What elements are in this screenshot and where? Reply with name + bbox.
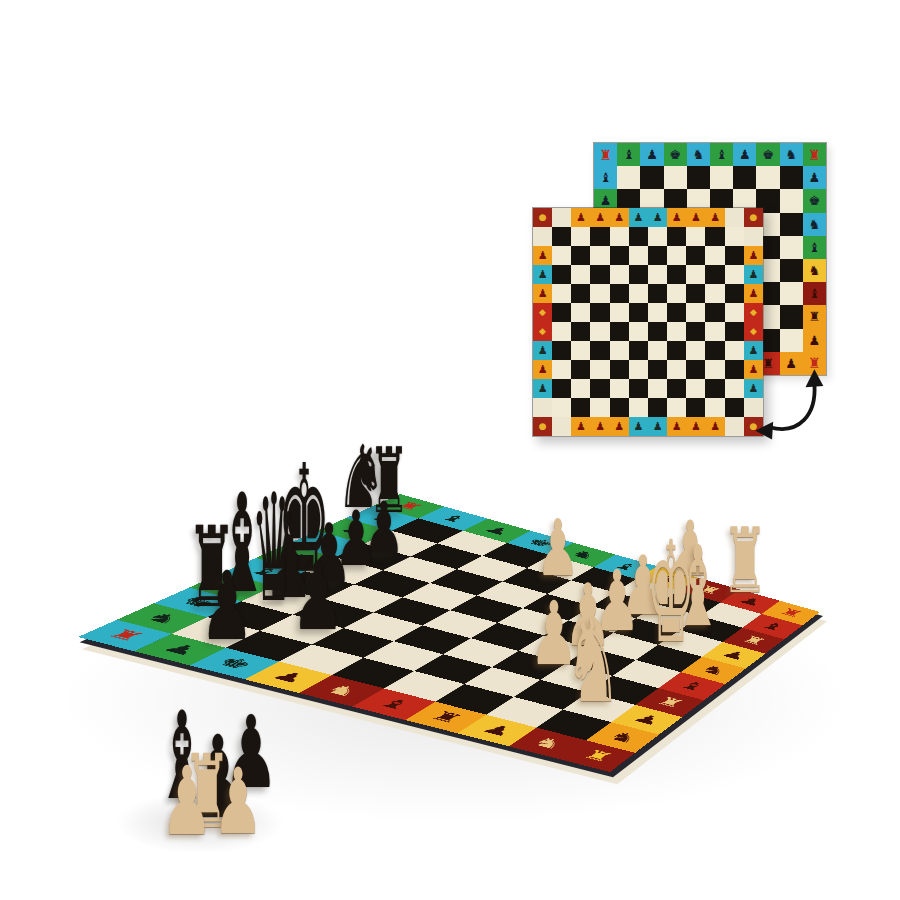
draughts-square <box>725 227 744 246</box>
chess-piece-black-pawn-c3: ♟ <box>291 551 344 644</box>
border-motif-icon: ◆ <box>750 327 757 336</box>
border-motif-icon: ♟ <box>672 212 682 223</box>
draughts-square <box>552 379 571 398</box>
border-motif-icon: ♚ <box>669 148 681 161</box>
draughts-square <box>552 360 571 379</box>
border-doll-cell: ♟ <box>590 208 609 227</box>
chess-square <box>733 166 756 189</box>
border-motif-icon: ♟ <box>633 212 643 223</box>
draughts-square <box>648 322 667 341</box>
border-doll-cell: ♟ <box>667 208 686 227</box>
border-motif-icon: ♟ <box>710 212 720 223</box>
border-motif-icon: ♟ <box>538 250 548 261</box>
border-doll-cell: ♟ <box>533 341 552 360</box>
border-motif-icon: ♜ <box>578 748 617 765</box>
border-doll-cell: ♟ <box>571 208 590 227</box>
border-doll-cell: ♟ <box>744 246 763 265</box>
border-motif-icon: ♝ <box>757 620 788 633</box>
border-motif-icon: ♞ <box>697 663 730 677</box>
border-motif-icon: ♟ <box>653 212 663 223</box>
border-motif-icon: ♟ <box>809 334 821 347</box>
border-motif-icon: ◆ <box>539 308 546 317</box>
border-motif-icon: ♟ <box>691 421 701 432</box>
border-doll-cell: ◆ <box>744 322 763 341</box>
draughts-square <box>571 341 590 360</box>
border-figure-cell: ♜ <box>803 305 826 328</box>
draughts-square <box>610 398 629 417</box>
border-motif-icon: ♟ <box>739 148 751 161</box>
chess-square <box>780 236 803 259</box>
border-doll-cell: ♟ <box>744 284 763 303</box>
border-doll-cell: ♟ <box>590 417 609 436</box>
border-motif-icon: ● <box>539 213 547 222</box>
chess-square <box>664 166 687 189</box>
border-doll-cell: ♟ <box>629 417 648 436</box>
border-motif-icon: ♟ <box>646 148 658 161</box>
border-motif-icon: ♟ <box>600 194 612 207</box>
draughts-square <box>648 265 667 284</box>
border-motif-icon: ♟ <box>691 212 701 223</box>
chess-piece-wood-pawn-offboard: ♟ <box>213 756 264 847</box>
border-figure-cell: ♚ <box>756 143 779 166</box>
draughts-square <box>667 284 686 303</box>
draughts-square <box>552 341 571 360</box>
border-motif-icon: ♚ <box>809 194 821 207</box>
border-motif-icon: ♟ <box>595 212 605 223</box>
border-motif-icon: ♞ <box>139 610 186 626</box>
border-figure-cell: ♟ <box>803 166 826 189</box>
draughts-square <box>629 246 648 265</box>
border-motif-icon: ♟ <box>538 345 548 356</box>
draughts-square <box>552 398 571 417</box>
border-doll-cell: ♟ <box>744 265 763 284</box>
border-doll-cell: ◆ <box>533 322 552 341</box>
border-doll-cell: ♟ <box>533 265 552 284</box>
draughts-square <box>648 227 667 246</box>
border-figure-cell: ♟ <box>733 143 756 166</box>
border-doll-cell: ♟ <box>705 208 724 227</box>
border-motif-icon: ♜ <box>738 634 769 648</box>
border-motif-icon: ♟ <box>710 421 720 432</box>
draughts-square <box>725 246 744 265</box>
draughts-square <box>590 360 609 379</box>
border-doll-cell: ◆ <box>744 303 763 322</box>
chess-piece-black-pawn-b1: ♟ <box>200 559 255 654</box>
border-figure-cell: ♞ <box>687 143 710 166</box>
border-doll-cell: ♟ <box>533 246 552 265</box>
draughts-square <box>705 284 724 303</box>
border-motif-icon: ♟ <box>266 669 311 686</box>
draughts-square <box>648 341 667 360</box>
chess-piece-wood-knight-h3: ♞ <box>565 602 622 719</box>
draughts-square <box>590 227 609 246</box>
border-motif-icon: ♟ <box>576 212 586 223</box>
border-motif-icon: ♜ <box>599 148 612 162</box>
border-motif-icon: ♝ <box>809 241 821 254</box>
draughts-square <box>667 398 686 417</box>
border-doll-cell <box>725 208 744 227</box>
product-photo-stage: ♜♝♟♚♞♝♟♚♞♜♝♟♟♚♚♞♞♝♞♞♝♝♜♜♟♟♜♞♝♜♟♞♝♜♟♜ ●♟♟… <box>0 0 900 900</box>
border-motif-icon: ● <box>539 422 547 431</box>
draughts-square <box>571 322 590 341</box>
draughts-square <box>725 398 744 417</box>
border-doll-cell: ♟ <box>686 208 705 227</box>
draughts-square <box>629 341 648 360</box>
draughts-square <box>629 265 648 284</box>
draughts-square <box>590 303 609 322</box>
flip-arrow-icon <box>752 366 830 444</box>
chess-square <box>780 166 803 189</box>
draughts-square <box>610 246 629 265</box>
border-doll-cell: ♟ <box>533 360 552 379</box>
border-figure-cell: ♝ <box>594 166 617 189</box>
border-doll-cell <box>533 227 552 246</box>
border-corner-castle: ♜ <box>594 143 617 166</box>
border-motif-icon: ♟ <box>157 641 204 658</box>
border-motif-icon: ♟ <box>480 524 515 537</box>
draughts-square <box>705 227 724 246</box>
draughts-square <box>610 341 629 360</box>
chess-square <box>640 166 663 189</box>
draughts-square <box>725 360 744 379</box>
draughts-square <box>610 265 629 284</box>
border-corner-dots: ● <box>744 208 763 227</box>
border-motif-icon: ♝ <box>675 679 709 694</box>
draughts-square <box>667 227 686 246</box>
border-doll-cell <box>552 417 571 436</box>
border-motif-icon: ♝ <box>809 287 821 300</box>
draughts-square <box>686 265 705 284</box>
border-figure-cell: ♟ <box>640 143 663 166</box>
border-doll-cell: ♟ <box>648 208 667 227</box>
border-motif-icon: ♟ <box>748 269 758 280</box>
border-motif-icon: ♟ <box>748 345 758 356</box>
draughts-square <box>667 360 686 379</box>
border-figure-cell: ♞ <box>803 259 826 282</box>
draughts-square <box>667 265 686 284</box>
draughts-square <box>725 284 744 303</box>
draughts-square <box>648 284 667 303</box>
border-motif-icon: ♞ <box>528 735 568 752</box>
border-motif-icon: ♟ <box>595 421 605 432</box>
border-motif-icon: ◆ <box>750 308 757 317</box>
border-doll-cell: ♟ <box>571 417 590 436</box>
border-doll-cell: ♟ <box>686 417 705 436</box>
border-motif-icon: ♝ <box>373 696 416 713</box>
border-motif-icon: ● <box>749 213 757 222</box>
draughts-square <box>686 227 705 246</box>
draughts-square <box>610 227 629 246</box>
border-motif-icon: ♞ <box>809 218 821 231</box>
border-doll-cell <box>552 208 571 227</box>
border-motif-icon: ♞ <box>604 729 641 745</box>
border-motif-icon: ♜ <box>808 148 821 162</box>
border-motif-icon: ♝ <box>716 148 728 161</box>
border-motif-icon: ♟ <box>809 171 821 184</box>
border-figure-cell: ♝ <box>803 236 826 259</box>
border-figure-cell: ♝ <box>803 282 826 305</box>
border-motif-icon: ♜ <box>809 310 821 323</box>
border-corner-castle: ♜ <box>803 143 826 166</box>
chess-square <box>780 282 803 305</box>
draughts-square <box>571 284 590 303</box>
draughts-square <box>552 303 571 322</box>
draughts-square <box>552 322 571 341</box>
chess-piece-black-queen-b3: ♛ <box>251 474 296 623</box>
border-doll-cell: ♟ <box>629 208 648 227</box>
border-doll-cell: ♟ <box>648 417 667 436</box>
border-doll-cell <box>744 227 763 246</box>
border-figure-cell: ♞ <box>803 213 826 236</box>
border-motif-icon: ♟ <box>614 212 624 223</box>
draughts-square <box>686 246 705 265</box>
draughts-square <box>610 303 629 322</box>
border-motif-icon: ♟ <box>653 421 663 432</box>
border-doll-cell: ♟ <box>610 417 629 436</box>
chess-piece-wood-rook-h8: ♜ <box>722 516 768 606</box>
draughts-square <box>552 227 571 246</box>
chess-square <box>780 305 803 328</box>
draughts-square <box>725 303 744 322</box>
draughts-square <box>629 398 648 417</box>
border-doll-cell: ♟ <box>610 208 629 227</box>
border-motif-icon: ♟ <box>538 288 548 299</box>
draughts-square <box>571 227 590 246</box>
border-doll-cell: ◆ <box>533 303 552 322</box>
border-corner-dots: ● <box>533 208 552 227</box>
draughts-square <box>571 246 590 265</box>
border-motif-icon: ♟ <box>538 364 548 375</box>
draughts-square <box>667 379 686 398</box>
draughts-square <box>590 341 609 360</box>
draughts-square <box>686 398 705 417</box>
border-corner-dots: ● <box>533 417 552 436</box>
draughts-square <box>705 303 724 322</box>
border-motif-icon: ♞ <box>693 148 705 161</box>
draughts-square <box>648 303 667 322</box>
border-motif-icon: ♟ <box>672 421 682 432</box>
draughts-square <box>610 360 629 379</box>
chess-square <box>617 166 640 189</box>
chess-square <box>710 166 733 189</box>
draughts-square <box>571 379 590 398</box>
draughts-square <box>571 398 590 417</box>
border-motif-icon: ♜ <box>425 709 467 726</box>
border-motif-icon: ♞ <box>809 264 821 277</box>
border-motif-icon: ♞ <box>785 148 797 161</box>
draughts-square <box>648 379 667 398</box>
draughts-square <box>552 246 571 265</box>
draughts-square <box>590 246 609 265</box>
draughts-square <box>667 341 686 360</box>
draughts-square <box>686 322 705 341</box>
draughts-square <box>667 303 686 322</box>
draughts-square <box>725 341 744 360</box>
chess-square <box>780 259 803 282</box>
border-doll-cell: ♟ <box>533 379 552 398</box>
border-motif-icon: ♟ <box>614 421 624 432</box>
draughts-square <box>725 322 744 341</box>
draughts-square <box>629 360 648 379</box>
draughts-square <box>686 360 705 379</box>
border-figure-cell: ♝ <box>617 143 640 166</box>
draughts-square <box>705 265 724 284</box>
border-doll-cell: ♟ <box>667 417 686 436</box>
border-motif-icon: ♟ <box>538 383 548 394</box>
border-motif-icon: ♟ <box>748 250 758 261</box>
border-doll-cell: ♟ <box>705 417 724 436</box>
border-motif-icon: ♟ <box>576 421 586 432</box>
draughts-square <box>590 322 609 341</box>
border-doll-cell <box>533 398 552 417</box>
draughts-square <box>571 360 590 379</box>
draughts-square <box>686 284 705 303</box>
draughts-square <box>590 265 609 284</box>
draughts-square <box>552 284 571 303</box>
draughts-square <box>705 360 724 379</box>
draughts-square <box>610 284 629 303</box>
border-motif-icon: ♝ <box>623 148 635 161</box>
draughts-square <box>725 265 744 284</box>
draughts-square <box>705 322 724 341</box>
chess-piece-wood-pawn-offboard: ♟ <box>161 754 214 849</box>
chess-piece-wood-king-h6: ♚ <box>647 523 696 663</box>
chess-square <box>780 189 803 212</box>
border-motif-icon: ♟ <box>538 269 548 280</box>
border-figure-cell: ♚ <box>803 189 826 212</box>
draughts-square <box>686 341 705 360</box>
border-figure-cell: ♞ <box>780 143 803 166</box>
draughts-square <box>667 246 686 265</box>
flat-board-draughts-side: ●♟♟♟♟♟♟♟♟●♟♟♟♟♟♟◆◆◆◆♟♟♟♟♟♟●♟♟♟♟♟♟♟♟● <box>532 207 764 437</box>
draughts-square <box>629 227 648 246</box>
border-doll-cell: ♟ <box>533 284 552 303</box>
draughts-square <box>705 246 724 265</box>
draughts-square <box>590 398 609 417</box>
draughts-square <box>571 303 590 322</box>
border-figure-cell: ♚ <box>664 143 687 166</box>
border-motif-icon: ♜ <box>101 627 149 644</box>
draughts-square <box>648 398 667 417</box>
draughts-square <box>705 398 724 417</box>
draughts-square <box>629 322 648 341</box>
border-motif-icon: ♟ <box>748 288 758 299</box>
border-motif-icon: ♜ <box>652 695 687 710</box>
border-motif-icon: ♝ <box>600 171 612 184</box>
chess-square <box>687 166 710 189</box>
chess-square <box>756 166 779 189</box>
draughts-square <box>629 303 648 322</box>
border-motif-icon: ♚ <box>762 148 774 161</box>
draughts-square <box>686 303 705 322</box>
border-doll-cell: ♟ <box>744 341 763 360</box>
draughts-square <box>629 284 648 303</box>
border-figure-cell: ♝ <box>710 143 733 166</box>
border-doll-cell <box>725 417 744 436</box>
border-motif-icon: ◆ <box>539 327 546 336</box>
border-motif-icon: ♟ <box>633 421 643 432</box>
border-motif-icon: ♝ <box>436 512 472 525</box>
chess-square <box>780 213 803 236</box>
draughts-square <box>610 322 629 341</box>
draughts-square <box>590 379 609 398</box>
draughts-square <box>648 360 667 379</box>
draughts-square <box>686 379 705 398</box>
border-motif-icon: ♟ <box>629 712 665 728</box>
draughts-square <box>629 379 648 398</box>
border-motif-icon: ♞ <box>320 682 364 699</box>
chess-square <box>780 329 803 352</box>
draughts-square <box>705 379 724 398</box>
draughts-square <box>590 284 609 303</box>
border-motif-icon: ♟ <box>477 722 518 739</box>
draughts-square <box>667 322 686 341</box>
draughts-square <box>725 379 744 398</box>
draughts-square <box>705 341 724 360</box>
draughts-square <box>571 265 590 284</box>
border-figure-cell: ♟ <box>803 329 826 352</box>
draughts-square <box>610 379 629 398</box>
draughts-square <box>648 246 667 265</box>
draughts-square <box>552 265 571 284</box>
border-motif-icon: ♜ <box>776 607 806 620</box>
